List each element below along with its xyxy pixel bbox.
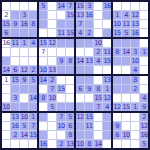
cell-r13c13-empty[interactable] <box>113 113 121 121</box>
cell-r14c8-value-6[interactable]: 6 <box>66 122 74 130</box>
cell-r3c11-empty[interactable] <box>94 20 102 28</box>
cell-r5c14-empty[interactable] <box>122 39 130 47</box>
cell-r5c2-value-11[interactable]: 11 <box>11 39 19 47</box>
cell-r2c1-value-2[interactable]: 2 <box>2 11 10 19</box>
cell-r7c4-empty[interactable] <box>29 57 37 65</box>
cell-r12c10-empty[interactable] <box>85 103 93 111</box>
cell-r6c9-empty[interactable] <box>76 48 84 56</box>
cell-r11c2-value-3[interactable]: 3 <box>11 94 19 102</box>
cell-r3c14-value-11[interactable]: 11 <box>122 20 130 28</box>
cell-r2c13-value-1[interactable]: 1 <box>113 11 121 19</box>
cell-r10c16-empty[interactable] <box>140 85 148 93</box>
cell-r4c12-empty[interactable] <box>103 29 111 37</box>
cell-r9c6-value-2[interactable]: 2 <box>48 76 56 84</box>
cell-r4c16-empty[interactable] <box>140 29 148 37</box>
cell-r6c2-empty[interactable] <box>11 48 19 56</box>
cell-r10c6-value-7[interactable]: 7 <box>48 85 56 93</box>
cell-r1c16-empty[interactable] <box>140 2 148 10</box>
cell-r9c15-value-8[interactable]: 8 <box>131 76 139 84</box>
cell-r8c14-empty[interactable] <box>122 66 130 74</box>
cell-r5c10-empty[interactable] <box>85 39 93 47</box>
cell-r3c9-value-7[interactable]: 7 <box>76 20 84 28</box>
cell-r5c12-empty[interactable] <box>103 39 111 47</box>
cell-r16c14-empty[interactable] <box>122 140 130 148</box>
cell-r12c16-value-9[interactable]: 9 <box>140 103 148 111</box>
cell-r13c3-value-10[interactable]: 10 <box>20 113 28 121</box>
cell-r2c15-value-12[interactable]: 12 <box>131 11 139 19</box>
box-r3c4: 824121519 <box>113 76 148 111</box>
cell-r9c4-value-5[interactable]: 5 <box>29 76 37 84</box>
cell-r7c7-value-9[interactable]: 9 <box>57 57 65 65</box>
cell-r2c10-value-16[interactable]: 16 <box>85 11 93 19</box>
cell-r16c2-empty[interactable] <box>11 140 19 148</box>
cell-r7c2-empty[interactable] <box>11 57 19 65</box>
cell-r5c1-value-16[interactable]: 16 <box>2 39 10 47</box>
cell-r2c7-empty[interactable] <box>57 11 65 19</box>
cell-r7c12-value-15[interactable]: 15 <box>103 57 111 65</box>
cell-r6c6-empty[interactable] <box>48 48 56 56</box>
cell-r12c5-empty[interactable] <box>39 103 47 111</box>
cell-r16c13-empty[interactable] <box>113 140 121 148</box>
cell-r15c1-empty[interactable] <box>2 131 10 139</box>
cell-r7c6-empty[interactable] <box>48 57 56 65</box>
cell-r10c4-empty[interactable] <box>29 85 37 93</box>
cell-r5c3-value-1[interactable]: 1 <box>20 39 28 47</box>
sudoku-16x16-page: 2315916865147151115153161316742141210111… <box>0 0 150 150</box>
cell-r1c8-value-7[interactable]: 7 <box>66 2 74 10</box>
cell-r6c4-empty[interactable] <box>29 48 37 56</box>
cell-r2c5-empty[interactable] <box>39 11 47 19</box>
cell-r12c13-value-12[interactable]: 12 <box>113 103 121 111</box>
cell-r1c13-empty[interactable] <box>113 2 121 10</box>
cell-r15c12-empty[interactable] <box>103 131 111 139</box>
cell-r4c7-value-11[interactable]: 11 <box>57 29 65 37</box>
cell-r6c14-value-14[interactable]: 14 <box>122 48 130 56</box>
box-r2c4: 81431104 <box>113 39 148 74</box>
cell-r2c14-value-4[interactable]: 4 <box>122 11 130 19</box>
cell-r10c3-empty[interactable] <box>20 85 28 93</box>
cell-r14c3-value-5[interactable]: 5 <box>20 122 28 130</box>
cell-r14c16-value-12[interactable]: 12 <box>140 122 148 130</box>
cell-r8c3-value-12[interactable]: 12 <box>20 66 28 74</box>
cell-r11c9-empty[interactable] <box>76 94 84 102</box>
cell-r16c4-empty[interactable] <box>29 140 37 148</box>
cell-r3c2-value-9[interactable]: 9 <box>11 20 19 28</box>
cell-r15c16-value-16[interactable]: 16 <box>140 131 148 139</box>
cell-r14c12-empty[interactable] <box>103 122 111 130</box>
cell-r4c11-empty[interactable] <box>94 29 102 37</box>
cell-r6c11-value-2[interactable]: 2 <box>94 48 102 56</box>
box-r1c2: 5147151115 <box>39 2 74 37</box>
cell-r15c2-value-2[interactable]: 2 <box>11 131 19 139</box>
cell-r7c10-value-13[interactable]: 13 <box>85 57 93 65</box>
box-r4c1: 13101165721415 <box>2 113 37 148</box>
cell-r15c4-value-15[interactable]: 15 <box>29 131 37 139</box>
cell-r12c2-empty[interactable] <box>11 103 19 111</box>
cell-r11c1-empty[interactable] <box>2 94 10 102</box>
cell-r15c10-empty[interactable] <box>85 131 93 139</box>
cell-r3c15-value-13[interactable]: 13 <box>131 20 139 28</box>
cell-r8c1-value-14[interactable]: 14 <box>2 66 10 74</box>
cell-r3c1-value-15[interactable]: 15 <box>2 20 10 28</box>
cell-r8c4-value-2[interactable]: 2 <box>29 66 37 74</box>
cell-r7c3-empty[interactable] <box>20 57 28 65</box>
box-r4c3: 12151110814 <box>76 113 111 148</box>
cell-r4c15-value-16[interactable]: 16 <box>131 29 139 37</box>
cell-r16c11-value-14[interactable]: 14 <box>94 140 102 148</box>
cell-r10c9-value-6[interactable]: 6 <box>76 85 84 93</box>
cell-r1c10-value-3[interactable]: 3 <box>85 2 93 10</box>
cell-r15c15-empty[interactable] <box>131 131 139 139</box>
cell-r13c6-empty[interactable] <box>48 113 56 121</box>
cell-r12c15-value-1[interactable]: 1 <box>131 103 139 111</box>
cell-r6c15-value-3[interactable]: 3 <box>131 48 139 56</box>
cell-r11c7-empty[interactable] <box>57 94 65 102</box>
cell-r2c2-empty[interactable] <box>11 11 19 19</box>
cell-r13c15-empty[interactable] <box>131 113 139 121</box>
cell-r9c9-empty[interactable] <box>76 76 84 84</box>
cell-r1c1-empty[interactable] <box>2 2 10 10</box>
cell-r3c12-empty[interactable] <box>103 20 111 28</box>
cell-r8c16-empty[interactable] <box>140 66 148 74</box>
cell-r13c16-value-2[interactable]: 2 <box>140 113 148 121</box>
cell-r16c15-empty[interactable] <box>131 140 139 148</box>
cell-r14c10-value-11[interactable]: 11 <box>85 122 93 130</box>
cell-r13c14-empty[interactable] <box>122 113 130 121</box>
cell-r8c10-empty[interactable] <box>85 66 93 74</box>
cell-r3c8-empty[interactable] <box>66 20 74 28</box>
cell-r9c1-value-1[interactable]: 1 <box>2 76 10 84</box>
cell-r6c5-value-7[interactable]: 7 <box>39 48 47 56</box>
cell-r16c6-empty[interactable] <box>48 140 56 148</box>
cell-r3c3-value-16[interactable]: 16 <box>20 20 28 28</box>
cell-r6c10-empty[interactable] <box>85 48 93 56</box>
cell-r4c8-value-15[interactable]: 15 <box>66 29 74 37</box>
cell-r4c9-value-4[interactable]: 4 <box>76 29 84 37</box>
cell-r5c9-empty[interactable] <box>76 39 84 47</box>
box-r2c1: 161114146122 <box>2 39 37 74</box>
box-r3c1: 1159531410 <box>2 76 37 111</box>
cell-r2c9-value-13[interactable]: 13 <box>76 11 84 19</box>
cell-r10c12-value-1[interactable]: 1 <box>103 85 111 93</box>
box-r1c1: 231591686 <box>2 2 37 37</box>
cell-r10c11-value-8[interactable]: 8 <box>94 85 102 93</box>
cell-r1c12-value-16[interactable]: 16 <box>103 2 111 10</box>
cell-r1c14-empty[interactable] <box>122 2 130 10</box>
cell-r9c8-empty[interactable] <box>66 76 74 84</box>
cell-r6c3-empty[interactable] <box>20 48 28 56</box>
cell-r11c8-empty[interactable] <box>66 94 74 102</box>
cell-r12c9-empty[interactable] <box>76 103 84 111</box>
cell-r2c8-value-15[interactable]: 15 <box>66 11 74 19</box>
cell-r11c12-value-12[interactable]: 12 <box>103 94 111 102</box>
cell-r1c5-value-5[interactable]: 5 <box>39 2 47 10</box>
cell-r4c1-value-6[interactable]: 6 <box>2 29 10 37</box>
cell-r4c10-value-2[interactable]: 2 <box>85 29 93 37</box>
cell-r4c2-empty[interactable] <box>11 29 19 37</box>
cell-r15c6-empty[interactable] <box>48 131 56 139</box>
cell-r7c8-value-8[interactable]: 8 <box>66 57 74 65</box>
cell-r2c12-empty[interactable] <box>103 11 111 19</box>
cell-r13c9-value-12[interactable]: 12 <box>76 113 84 121</box>
cell-r13c1-empty[interactable] <box>2 113 10 121</box>
cell-r8c11-empty[interactable] <box>94 66 102 74</box>
cell-r10c13-empty[interactable] <box>113 85 121 93</box>
cell-r16c12-empty[interactable] <box>103 140 111 148</box>
cell-r13c10-value-15[interactable]: 15 <box>85 113 93 121</box>
cell-r7c11-value-4[interactable]: 4 <box>94 57 102 65</box>
cell-r6c1-empty[interactable] <box>2 48 10 56</box>
cell-r4c13-value-15[interactable]: 15 <box>113 29 121 37</box>
cell-r5c6-value-12[interactable]: 12 <box>48 39 56 47</box>
cell-r9c10-empty[interactable] <box>85 76 93 84</box>
cell-r2c3-value-3[interactable]: 3 <box>20 11 28 19</box>
cell-r11c13-empty[interactable] <box>113 94 121 102</box>
cell-r11c3-empty[interactable] <box>20 94 28 102</box>
cell-r1c11-empty[interactable] <box>94 2 102 10</box>
cell-r5c7-empty[interactable] <box>57 39 65 47</box>
box-r1c4: 141210111315516 <box>113 2 148 37</box>
cell-r6c13-value-8[interactable]: 8 <box>113 48 121 56</box>
cell-r11c5-value-8[interactable]: 8 <box>39 94 47 102</box>
cell-r10c1-empty[interactable] <box>2 85 10 93</box>
cell-r16c3-empty[interactable] <box>20 140 28 148</box>
cell-r6c16-value-1[interactable]: 1 <box>140 48 148 56</box>
cell-r1c3-empty[interactable] <box>20 2 28 10</box>
cell-r11c16-value-4[interactable]: 4 <box>140 94 148 102</box>
cell-r7c13-empty[interactable] <box>113 57 121 65</box>
cell-r12c7-empty[interactable] <box>57 103 65 111</box>
cell-r16c7-value-2[interactable]: 2 <box>57 140 65 148</box>
cell-r6c8-empty[interactable] <box>66 48 74 56</box>
cell-r8c2-value-6[interactable]: 6 <box>11 66 19 74</box>
cell-r14c7-value-10[interactable]: 10 <box>57 122 65 130</box>
cell-r2c6-empty[interactable] <box>48 11 56 19</box>
cell-r8c15-value-4[interactable]: 4 <box>131 66 139 74</box>
cell-r16c10-value-8[interactable]: 8 <box>85 140 93 148</box>
cell-r12c1-value-10[interactable]: 10 <box>2 103 10 111</box>
cell-r10c7-value-15[interactable]: 15 <box>57 85 65 93</box>
cell-r11c6-value-10[interactable]: 10 <box>48 94 56 102</box>
cell-r12c12-value-4[interactable]: 4 <box>103 103 111 111</box>
cell-r7c14-empty[interactable] <box>122 57 130 65</box>
cell-r8c13-empty[interactable] <box>113 66 121 74</box>
cell-r14c15-empty[interactable] <box>131 122 139 130</box>
box-r2c3: 102111413415 <box>76 39 111 74</box>
cell-r10c15-value-2[interactable]: 2 <box>131 85 139 93</box>
cell-r4c14-value-5[interactable]: 5 <box>122 29 130 37</box>
cell-r10c14-empty[interactable] <box>122 85 130 93</box>
cell-r3c16-empty[interactable] <box>140 20 148 28</box>
cell-r16c1-empty[interactable] <box>2 140 10 148</box>
cell-r9c5-value-14[interactable]: 14 <box>39 76 47 84</box>
cell-r5c4-value-4[interactable]: 4 <box>29 39 37 47</box>
cell-r16c5-value-16[interactable]: 16 <box>39 140 47 148</box>
box-r1c3: 153161316742 <box>76 2 111 37</box>
cell-r15c8-value-8[interactable]: 8 <box>66 131 74 139</box>
cell-r9c14-empty[interactable] <box>122 76 130 84</box>
cell-r3c5-empty[interactable] <box>39 20 47 28</box>
cell-r13c7-value-7[interactable]: 7 <box>57 113 65 121</box>
cell-r14c13-value-9[interactable]: 9 <box>113 122 121 130</box>
cell-r14c6-empty[interactable] <box>48 122 56 130</box>
cell-r12c8-empty[interactable] <box>66 103 74 111</box>
cell-r11c10-empty[interactable] <box>85 94 93 102</box>
cell-r11c11-value-15[interactable]: 15 <box>94 94 102 102</box>
cell-r5c15-empty[interactable] <box>131 39 139 47</box>
cell-r9c16-empty[interactable] <box>140 76 148 84</box>
cell-r1c15-empty[interactable] <box>131 2 139 10</box>
box-r3c2: 1427158105 <box>39 76 74 111</box>
cell-r13c4-value-1[interactable]: 1 <box>29 113 37 121</box>
cell-r8c9-empty[interactable] <box>76 66 84 74</box>
cell-r11c4-value-14[interactable]: 14 <box>29 94 37 102</box>
cell-r4c6-empty[interactable] <box>48 29 56 37</box>
cell-r5c16-empty[interactable] <box>140 39 148 47</box>
cell-r10c2-empty[interactable] <box>11 85 19 93</box>
cell-r15c11-empty[interactable] <box>94 131 102 139</box>
cell-r6c7-empty[interactable] <box>57 48 65 56</box>
cell-r13c2-value-13[interactable]: 13 <box>11 113 19 121</box>
cell-r13c11-empty[interactable] <box>94 113 102 121</box>
cell-r1c2-empty[interactable] <box>11 2 19 10</box>
cell-r10c5-empty[interactable] <box>39 85 47 93</box>
cell-r7c1-empty[interactable] <box>2 57 10 65</box>
cell-r4c3-empty[interactable] <box>20 29 28 37</box>
cell-r14c2-value-16[interactable]: 16 <box>11 122 19 130</box>
cell-r8c12-empty[interactable] <box>103 66 111 74</box>
cell-r9c2-value-15[interactable]: 15 <box>11 76 19 84</box>
cell-r12c6-value-5[interactable]: 5 <box>48 103 56 111</box>
cell-r13c12-empty[interactable] <box>103 113 111 121</box>
cell-r14c4-value-7[interactable]: 7 <box>29 122 37 130</box>
cell-r11c14-empty[interactable] <box>122 94 130 102</box>
cell-r14c9-empty[interactable] <box>76 122 84 130</box>
cell-r3c13-value-10[interactable]: 10 <box>113 20 121 28</box>
cell-r5c5-value-15[interactable]: 15 <box>39 39 47 47</box>
cell-r3c4-value-8[interactable]: 8 <box>29 20 37 28</box>
cell-r5c13-empty[interactable] <box>113 39 121 47</box>
cell-r9c7-empty[interactable] <box>57 76 65 84</box>
box-r4c2: 75106816213 <box>39 113 74 148</box>
cell-r5c8-empty[interactable] <box>66 39 74 47</box>
cell-r9c3-value-9[interactable]: 9 <box>20 76 28 84</box>
box-r3c3: 136981151274 <box>76 76 111 111</box>
cell-r7c16-empty[interactable] <box>140 57 148 65</box>
cell-r8c8-empty[interactable] <box>66 66 74 74</box>
cell-r2c4-empty[interactable] <box>29 11 37 19</box>
cell-r15c9-empty[interactable] <box>76 131 84 139</box>
cell-r16c16-value-5[interactable]: 5 <box>140 140 148 148</box>
cell-r4c5-empty[interactable] <box>39 29 47 37</box>
cell-r12c3-empty[interactable] <box>20 103 28 111</box>
cell-r7c9-value-14[interactable]: 14 <box>76 57 84 65</box>
cell-r15c3-value-14[interactable]: 14 <box>20 131 28 139</box>
cell-r16c9-value-10[interactable]: 10 <box>76 140 84 148</box>
cell-r13c5-empty[interactable] <box>39 113 47 121</box>
cell-r12c11-value-7[interactable]: 7 <box>94 103 102 111</box>
cell-r8c7-empty[interactable] <box>57 66 65 74</box>
cell-r8c5-value-10[interactable]: 10 <box>39 66 47 74</box>
cell-r7c5-empty[interactable] <box>39 57 47 65</box>
cell-r10c10-value-9[interactable]: 9 <box>85 85 93 93</box>
cell-r15c5-empty[interactable] <box>39 131 47 139</box>
cell-r1c4-empty[interactable] <box>29 2 37 10</box>
cell-r2c11-empty[interactable] <box>94 11 102 19</box>
cell-r7c15-value-10[interactable]: 10 <box>131 57 139 65</box>
cell-r12c4-empty[interactable] <box>29 103 37 111</box>
cell-r1c9-value-15[interactable]: 15 <box>76 2 84 10</box>
cell-r12c14-value-15[interactable]: 15 <box>122 103 130 111</box>
cell-r15c14-value-10[interactable]: 10 <box>122 131 130 139</box>
cell-r9c11-empty[interactable] <box>94 76 102 84</box>
sudoku-board: 2315916865147151115153161316742141210111… <box>0 0 150 150</box>
cell-r14c11-empty[interactable] <box>94 122 102 130</box>
cell-r10c8-empty[interactable] <box>66 85 74 93</box>
cell-r5c11-value-10[interactable]: 10 <box>94 39 102 47</box>
cell-r16c8-value-13[interactable]: 13 <box>66 140 74 148</box>
cell-r9c13-empty[interactable] <box>113 76 121 84</box>
cell-r13c8-value-5[interactable]: 5 <box>66 113 74 121</box>
cell-r1c7-value-14[interactable]: 14 <box>57 2 65 10</box>
cell-r14c1-empty[interactable] <box>2 122 10 130</box>
cell-r3c7-empty[interactable] <box>57 20 65 28</box>
cell-r8c6-value-13[interactable]: 13 <box>48 66 56 74</box>
cell-r14c14-empty[interactable] <box>122 122 130 130</box>
cell-r15c7-empty[interactable] <box>57 131 65 139</box>
cell-r1c6-empty[interactable] <box>48 2 56 10</box>
cell-r15c13-value-6[interactable]: 6 <box>113 131 121 139</box>
cell-r14c5-empty[interactable] <box>39 122 47 130</box>
cell-r6c12-value-11[interactable]: 11 <box>103 48 111 56</box>
cell-r9c12-value-13[interactable]: 13 <box>103 76 111 84</box>
cell-r3c10-empty[interactable] <box>85 20 93 28</box>
cell-r4c4-empty[interactable] <box>29 29 37 37</box>
box-r2c2: 15127981013 <box>39 39 74 74</box>
box-r4c4: 2912610165 <box>113 113 148 148</box>
cell-r3c6-empty[interactable] <box>48 20 56 28</box>
cell-r11c15-empty[interactable] <box>131 94 139 102</box>
cell-r2c16-empty[interactable] <box>140 11 148 19</box>
